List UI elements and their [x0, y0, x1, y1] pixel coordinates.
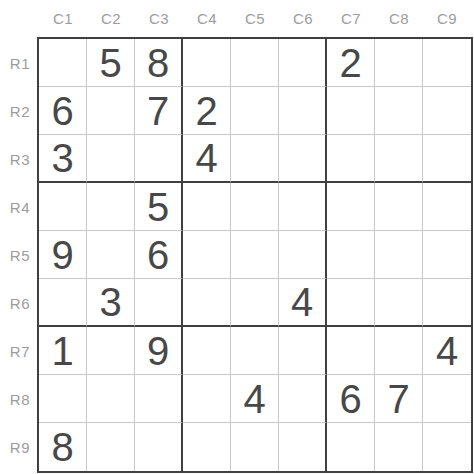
row-label-r8: R8: [0, 375, 37, 423]
cell-r8c7[interactable]: 6: [327, 375, 375, 423]
cell-r9c6[interactable]: [279, 423, 327, 471]
row-label-r3: R3: [0, 135, 37, 183]
cell-r7c3[interactable]: 9: [135, 327, 183, 375]
cell-r5c5[interactable]: [231, 231, 279, 279]
col-label-c9: C9: [423, 0, 471, 37]
cell-r3c1[interactable]: 3: [39, 135, 87, 183]
cell-r6c5[interactable]: [231, 279, 279, 327]
cell-r5c2[interactable]: [87, 231, 135, 279]
row-label-r7: R7: [0, 327, 37, 375]
row-label-r5: R5: [0, 231, 37, 279]
col-label-c6: C6: [279, 0, 327, 37]
cell-r8c2[interactable]: [87, 375, 135, 423]
cell-r5c6[interactable]: [279, 231, 327, 279]
cell-r6c3[interactable]: [135, 279, 183, 327]
col-label-c5: C5: [231, 0, 279, 37]
cell-r2c6[interactable]: [279, 87, 327, 135]
cell-r3c4[interactable]: 4: [183, 135, 231, 183]
cell-r7c4[interactable]: [183, 327, 231, 375]
cell-r4c1[interactable]: [39, 183, 87, 231]
cell-r7c7[interactable]: [327, 327, 375, 375]
cell-r1c1[interactable]: [39, 39, 87, 87]
cell-r4c5[interactable]: [231, 183, 279, 231]
cell-r5c8[interactable]: [375, 231, 423, 279]
cell-r9c1[interactable]: 8: [39, 423, 87, 471]
cell-r1c8[interactable]: [375, 39, 423, 87]
sudoku-screen: C1C2C3C4C5C6C7C8C9 R1R2R3R4R5R6R7R8R9 58…: [0, 0, 474, 474]
cell-r2c7[interactable]: [327, 87, 375, 135]
col-label-c1: C1: [39, 0, 87, 37]
cell-r7c9[interactable]: 4: [423, 327, 471, 375]
cell-r2c8[interactable]: [375, 87, 423, 135]
cell-r1c6[interactable]: [279, 39, 327, 87]
cell-r9c2[interactable]: [87, 423, 135, 471]
cell-r1c9[interactable]: [423, 39, 471, 87]
cell-r9c9[interactable]: [423, 423, 471, 471]
row-label-r2: R2: [0, 87, 37, 135]
cell-r5c7[interactable]: [327, 231, 375, 279]
cell-r4c6[interactable]: [279, 183, 327, 231]
cell-r6c9[interactable]: [423, 279, 471, 327]
cell-r1c5[interactable]: [231, 39, 279, 87]
cell-r8c1[interactable]: [39, 375, 87, 423]
cell-r6c8[interactable]: [375, 279, 423, 327]
cell-r9c7[interactable]: [327, 423, 375, 471]
cell-r1c4[interactable]: [183, 39, 231, 87]
cell-r5c4[interactable]: [183, 231, 231, 279]
cell-r4c8[interactable]: [375, 183, 423, 231]
cell-r7c6[interactable]: [279, 327, 327, 375]
col-label-c2: C2: [87, 0, 135, 37]
cell-r3c6[interactable]: [279, 135, 327, 183]
cell-r9c4[interactable]: [183, 423, 231, 471]
col-label-c4: C4: [183, 0, 231, 37]
cell-r8c4[interactable]: [183, 375, 231, 423]
cell-r3c5[interactable]: [231, 135, 279, 183]
cell-r4c7[interactable]: [327, 183, 375, 231]
col-label-c7: C7: [327, 0, 375, 37]
cell-r8c8[interactable]: 7: [375, 375, 423, 423]
cell-r3c7[interactable]: [327, 135, 375, 183]
cell-r8c3[interactable]: [135, 375, 183, 423]
cell-r6c6[interactable]: 4: [279, 279, 327, 327]
cell-r6c4[interactable]: [183, 279, 231, 327]
cell-r6c7[interactable]: [327, 279, 375, 327]
cell-r4c3[interactable]: 5: [135, 183, 183, 231]
cell-r7c2[interactable]: [87, 327, 135, 375]
cell-r5c1[interactable]: 9: [39, 231, 87, 279]
cell-r9c5[interactable]: [231, 423, 279, 471]
cell-r3c9[interactable]: [423, 135, 471, 183]
cell-r2c9[interactable]: [423, 87, 471, 135]
cell-r9c3[interactable]: [135, 423, 183, 471]
cell-r3c2[interactable]: [87, 135, 135, 183]
cell-r3c8[interactable]: [375, 135, 423, 183]
row-labels: R1R2R3R4R5R6R7R8R9: [0, 39, 37, 471]
cell-r6c1[interactable]: [39, 279, 87, 327]
cell-r3c3[interactable]: [135, 135, 183, 183]
cell-r8c5[interactable]: 4: [231, 375, 279, 423]
col-label-c3: C3: [135, 0, 183, 37]
column-labels: C1C2C3C4C5C6C7C8C9: [39, 0, 471, 37]
cell-r4c2[interactable]: [87, 183, 135, 231]
cell-r7c5[interactable]: [231, 327, 279, 375]
cell-r2c2[interactable]: [87, 87, 135, 135]
cell-r7c8[interactable]: [375, 327, 423, 375]
cell-r1c2[interactable]: 5: [87, 39, 135, 87]
row-label-r9: R9: [0, 423, 37, 471]
cell-r2c4[interactable]: 2: [183, 87, 231, 135]
cell-r1c7[interactable]: 2: [327, 39, 375, 87]
cell-r9c8[interactable]: [375, 423, 423, 471]
cell-r1c3[interactable]: 8: [135, 39, 183, 87]
row-label-r4: R4: [0, 183, 37, 231]
sudoku-board: 58267234596341944678: [37, 37, 473, 473]
row-label-r6: R6: [0, 279, 37, 327]
cell-r4c4[interactable]: [183, 183, 231, 231]
cell-r4c9[interactable]: [423, 183, 471, 231]
cell-r2c5[interactable]: [231, 87, 279, 135]
cell-r5c9[interactable]: [423, 231, 471, 279]
cell-r6c2[interactable]: 3: [87, 279, 135, 327]
row-label-r1: R1: [0, 39, 37, 87]
cell-r2c3[interactable]: 7: [135, 87, 183, 135]
cell-r8c6[interactable]: [279, 375, 327, 423]
col-label-c8: C8: [375, 0, 423, 37]
cell-r5c3[interactable]: 6: [135, 231, 183, 279]
cell-r2c1[interactable]: 6: [39, 87, 87, 135]
cell-r7c1[interactable]: 1: [39, 327, 87, 375]
cell-r8c9[interactable]: [423, 375, 471, 423]
